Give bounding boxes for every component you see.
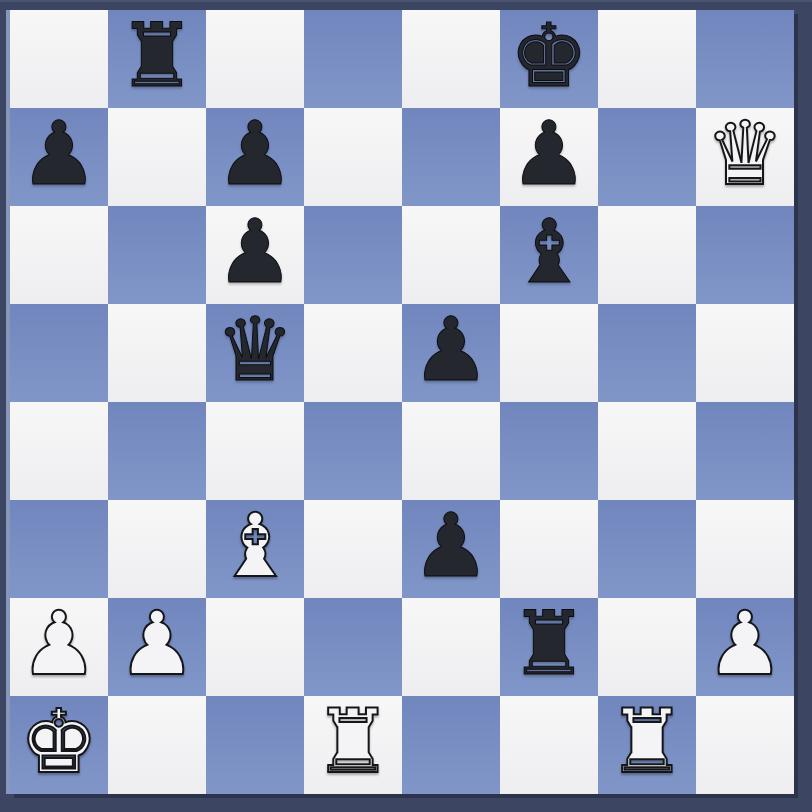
square-h5[interactable] [696,304,794,402]
black-pawn-piece[interactable]: ♟ [216,105,295,203]
square-f6[interactable]: ♝ [500,206,598,304]
black-rook-piece[interactable]: ♜ [118,7,197,105]
square-g5[interactable] [598,304,696,402]
white-rook-piece[interactable]: ♜ [608,693,687,791]
white-king-piece[interactable]: ♚ [20,693,99,791]
square-f4[interactable] [500,402,598,500]
square-b2[interactable]: ♟ [108,598,206,696]
square-c1[interactable] [206,696,304,794]
square-c5[interactable]: ♛ [206,304,304,402]
white-pawn-piece[interactable]: ♟ [118,595,197,693]
square-e2[interactable] [402,598,500,696]
square-e5[interactable]: ♟ [402,304,500,402]
square-b4[interactable] [108,402,206,500]
square-d7[interactable] [304,108,402,206]
black-bishop-piece[interactable]: ♝ [510,203,589,301]
white-bishop-piece[interactable]: ♝ [216,497,295,595]
square-g8[interactable] [598,10,696,108]
black-queen-piece[interactable]: ♛ [216,301,295,399]
square-f8[interactable]: ♚ [500,10,598,108]
square-a1[interactable]: ♚ [10,696,108,794]
square-b8[interactable]: ♜ [108,10,206,108]
square-c6[interactable]: ♟ [206,206,304,304]
square-b1[interactable] [108,696,206,794]
white-pawn-piece[interactable]: ♟ [20,595,99,693]
square-e1[interactable] [402,696,500,794]
square-a4[interactable] [10,402,108,500]
square-h7[interactable]: ♛ [696,108,794,206]
square-h2[interactable]: ♟ [696,598,794,696]
square-h8[interactable] [696,10,794,108]
white-queen-piece[interactable]: ♛ [706,105,785,203]
chess-board: ♜♚♟♟♟♛♟♝♛♟♝♟♟♟♜♟♚♜♜ [10,10,794,794]
square-h3[interactable] [696,500,794,598]
square-b6[interactable] [108,206,206,304]
white-rook-piece[interactable]: ♜ [314,693,393,791]
square-g3[interactable] [598,500,696,598]
square-h1[interactable] [696,696,794,794]
square-b5[interactable] [108,304,206,402]
square-d8[interactable] [304,10,402,108]
square-g1[interactable]: ♜ [598,696,696,794]
square-c7[interactable]: ♟ [206,108,304,206]
square-g6[interactable] [598,206,696,304]
black-pawn-piece[interactable]: ♟ [412,301,491,399]
square-d4[interactable] [304,402,402,500]
square-h6[interactable] [696,206,794,304]
square-g7[interactable] [598,108,696,206]
black-pawn-piece[interactable]: ♟ [20,105,99,203]
black-pawn-piece[interactable]: ♟ [412,497,491,595]
square-e4[interactable] [402,402,500,500]
black-pawn-piece[interactable]: ♟ [216,203,295,301]
square-a8[interactable] [10,10,108,108]
square-e8[interactable] [402,10,500,108]
square-a5[interactable] [10,304,108,402]
square-c8[interactable] [206,10,304,108]
white-pawn-piece[interactable]: ♟ [706,595,785,693]
square-f2[interactable]: ♜ [500,598,598,696]
black-king-piece[interactable]: ♚ [510,7,589,105]
black-pawn-piece[interactable]: ♟ [510,105,589,203]
square-f1[interactable] [500,696,598,794]
square-d1[interactable]: ♜ [304,696,402,794]
square-h4[interactable] [696,402,794,500]
square-a3[interactable] [10,500,108,598]
square-a6[interactable] [10,206,108,304]
square-d2[interactable] [304,598,402,696]
square-f7[interactable]: ♟ [500,108,598,206]
square-b7[interactable] [108,108,206,206]
square-d5[interactable] [304,304,402,402]
square-c4[interactable] [206,402,304,500]
square-d6[interactable] [304,206,402,304]
square-d3[interactable] [304,500,402,598]
square-b3[interactable] [108,500,206,598]
square-a2[interactable]: ♟ [10,598,108,696]
square-e6[interactable] [402,206,500,304]
square-c2[interactable] [206,598,304,696]
square-e3[interactable]: ♟ [402,500,500,598]
square-g2[interactable] [598,598,696,696]
square-a7[interactable]: ♟ [10,108,108,206]
square-f5[interactable] [500,304,598,402]
black-rook-piece[interactable]: ♜ [510,595,589,693]
board-frame: ♜♚♟♟♟♛♟♝♛♟♝♟♟♟♜♟♚♜♜ [0,0,812,812]
square-c3[interactable]: ♝ [206,500,304,598]
square-g4[interactable] [598,402,696,500]
square-e7[interactable] [402,108,500,206]
square-f3[interactable] [500,500,598,598]
